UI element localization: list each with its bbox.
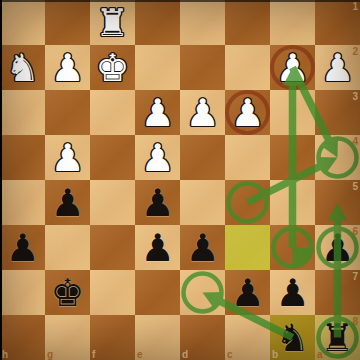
- square-f2[interactable]: ♚: [90, 45, 135, 90]
- piece-white-pawn-g2[interactable]: ♟: [45, 45, 90, 90]
- piece-black-pawn-a6[interactable]: ♟: [315, 225, 360, 270]
- square-b6[interactable]: [270, 225, 315, 270]
- file-label-c: c: [227, 349, 233, 360]
- rank-label-5: 5: [352, 181, 358, 192]
- square-e1[interactable]: [135, 0, 180, 45]
- square-h5[interactable]: [0, 180, 45, 225]
- piece-white-pawn-g4[interactable]: ♟: [45, 135, 90, 180]
- file-label-g: g: [47, 349, 53, 360]
- square-b1[interactable]: [270, 0, 315, 45]
- piece-black-pawn-c7[interactable]: ♟: [225, 270, 270, 315]
- square-d4[interactable]: [180, 135, 225, 180]
- file-label-d: d: [182, 349, 188, 360]
- file-label-e: e: [137, 349, 143, 360]
- square-b2[interactable]: ♟: [270, 45, 315, 90]
- square-a8[interactable]: a8♜: [315, 315, 360, 360]
- square-d5[interactable]: [180, 180, 225, 225]
- square-g5[interactable]: ♟: [45, 180, 90, 225]
- chess-board: ♜1♞♟♚♟2♟♟♟♟3♟♟4♟♟5♟♟♟6♟♚♟♟7hgfedcb♞a8♜: [0, 0, 360, 360]
- square-h6[interactable]: ♟: [0, 225, 45, 270]
- square-h7[interactable]: [0, 270, 45, 315]
- highlight-c6: [225, 225, 270, 270]
- square-f5[interactable]: [90, 180, 135, 225]
- rank-label-3: 3: [352, 91, 358, 102]
- square-c4[interactable]: [225, 135, 270, 180]
- square-b4[interactable]: [270, 135, 315, 180]
- piece-white-pawn-c3[interactable]: ♟: [225, 90, 270, 135]
- piece-black-pawn-e6[interactable]: ♟: [135, 225, 180, 270]
- square-b8[interactable]: b♞: [270, 315, 315, 360]
- piece-black-king-g7[interactable]: ♚: [45, 270, 90, 315]
- square-e6[interactable]: ♟: [135, 225, 180, 270]
- piece-black-pawn-h6[interactable]: ♟: [0, 225, 45, 270]
- square-h1[interactable]: [0, 0, 45, 45]
- square-a2[interactable]: 2♟: [315, 45, 360, 90]
- piece-white-pawn-a2[interactable]: ♟: [315, 45, 360, 90]
- rank-label-7: 7: [352, 271, 358, 282]
- chess-board-screenshot: ♜1♞♟♚♟2♟♟♟♟3♟♟4♟♟5♟♟♟6♟♚♟♟7hgfedcb♞a8♜: [0, 0, 360, 360]
- square-f1[interactable]: ♜: [90, 0, 135, 45]
- square-f3[interactable]: [90, 90, 135, 135]
- square-c7[interactable]: ♟: [225, 270, 270, 315]
- piece-black-knight-b8[interactable]: ♞: [270, 315, 315, 360]
- piece-black-rook-a8[interactable]: ♜: [315, 315, 360, 360]
- square-e8[interactable]: e: [135, 315, 180, 360]
- square-d1[interactable]: [180, 0, 225, 45]
- square-d8[interactable]: d: [180, 315, 225, 360]
- square-g3[interactable]: [45, 90, 90, 135]
- square-b5[interactable]: [270, 180, 315, 225]
- piece-black-pawn-g5[interactable]: ♟: [45, 180, 90, 225]
- square-d6[interactable]: ♟: [180, 225, 225, 270]
- rank-label-1: 1: [352, 1, 358, 12]
- square-e2[interactable]: [135, 45, 180, 90]
- file-label-h: h: [2, 349, 8, 360]
- square-b7[interactable]: ♟: [270, 270, 315, 315]
- square-g4[interactable]: ♟: [45, 135, 90, 180]
- square-a7[interactable]: 7: [315, 270, 360, 315]
- square-g2[interactable]: ♟: [45, 45, 90, 90]
- square-f8[interactable]: f: [90, 315, 135, 360]
- square-c2[interactable]: [225, 45, 270, 90]
- square-d7[interactable]: [180, 270, 225, 315]
- piece-white-pawn-b2[interactable]: ♟: [270, 45, 315, 90]
- square-c1[interactable]: [225, 0, 270, 45]
- square-e5[interactable]: ♟: [135, 180, 180, 225]
- piece-black-pawn-e5[interactable]: ♟: [135, 180, 180, 225]
- square-a3[interactable]: 3: [315, 90, 360, 135]
- square-d3[interactable]: ♟: [180, 90, 225, 135]
- piece-white-pawn-e3[interactable]: ♟: [135, 90, 180, 135]
- piece-white-rook-f1[interactable]: ♜: [90, 0, 135, 45]
- square-g1[interactable]: [45, 0, 90, 45]
- square-g6[interactable]: [45, 225, 90, 270]
- piece-black-pawn-d6[interactable]: ♟: [180, 225, 225, 270]
- square-h4[interactable]: [0, 135, 45, 180]
- square-b3[interactable]: [270, 90, 315, 135]
- piece-white-knight-h2[interactable]: ♞: [0, 45, 45, 90]
- square-a5[interactable]: 5: [315, 180, 360, 225]
- file-label-f: f: [92, 349, 95, 360]
- square-a1[interactable]: 1: [315, 0, 360, 45]
- piece-black-pawn-b7[interactable]: ♟: [270, 270, 315, 315]
- square-e7[interactable]: [135, 270, 180, 315]
- square-f6[interactable]: [90, 225, 135, 270]
- square-g7[interactable]: ♚: [45, 270, 90, 315]
- square-a6[interactable]: 6♟: [315, 225, 360, 270]
- square-c6[interactable]: [225, 225, 270, 270]
- square-g8[interactable]: g: [45, 315, 90, 360]
- square-d2[interactable]: [180, 45, 225, 90]
- piece-white-king-f2[interactable]: ♚: [90, 45, 135, 90]
- square-h8[interactable]: h: [0, 315, 45, 360]
- piece-white-pawn-e4[interactable]: ♟: [135, 135, 180, 180]
- square-c8[interactable]: c: [225, 315, 270, 360]
- square-e3[interactable]: ♟: [135, 90, 180, 135]
- square-e4[interactable]: ♟: [135, 135, 180, 180]
- square-f7[interactable]: [90, 270, 135, 315]
- rank-label-4: 4: [352, 136, 358, 147]
- square-h3[interactable]: [0, 90, 45, 135]
- square-c3[interactable]: ♟: [225, 90, 270, 135]
- square-f4[interactable]: [90, 135, 135, 180]
- piece-white-pawn-d3[interactable]: ♟: [180, 90, 225, 135]
- square-c5[interactable]: [225, 180, 270, 225]
- square-a4[interactable]: 4: [315, 135, 360, 180]
- square-h2[interactable]: ♞: [0, 45, 45, 90]
